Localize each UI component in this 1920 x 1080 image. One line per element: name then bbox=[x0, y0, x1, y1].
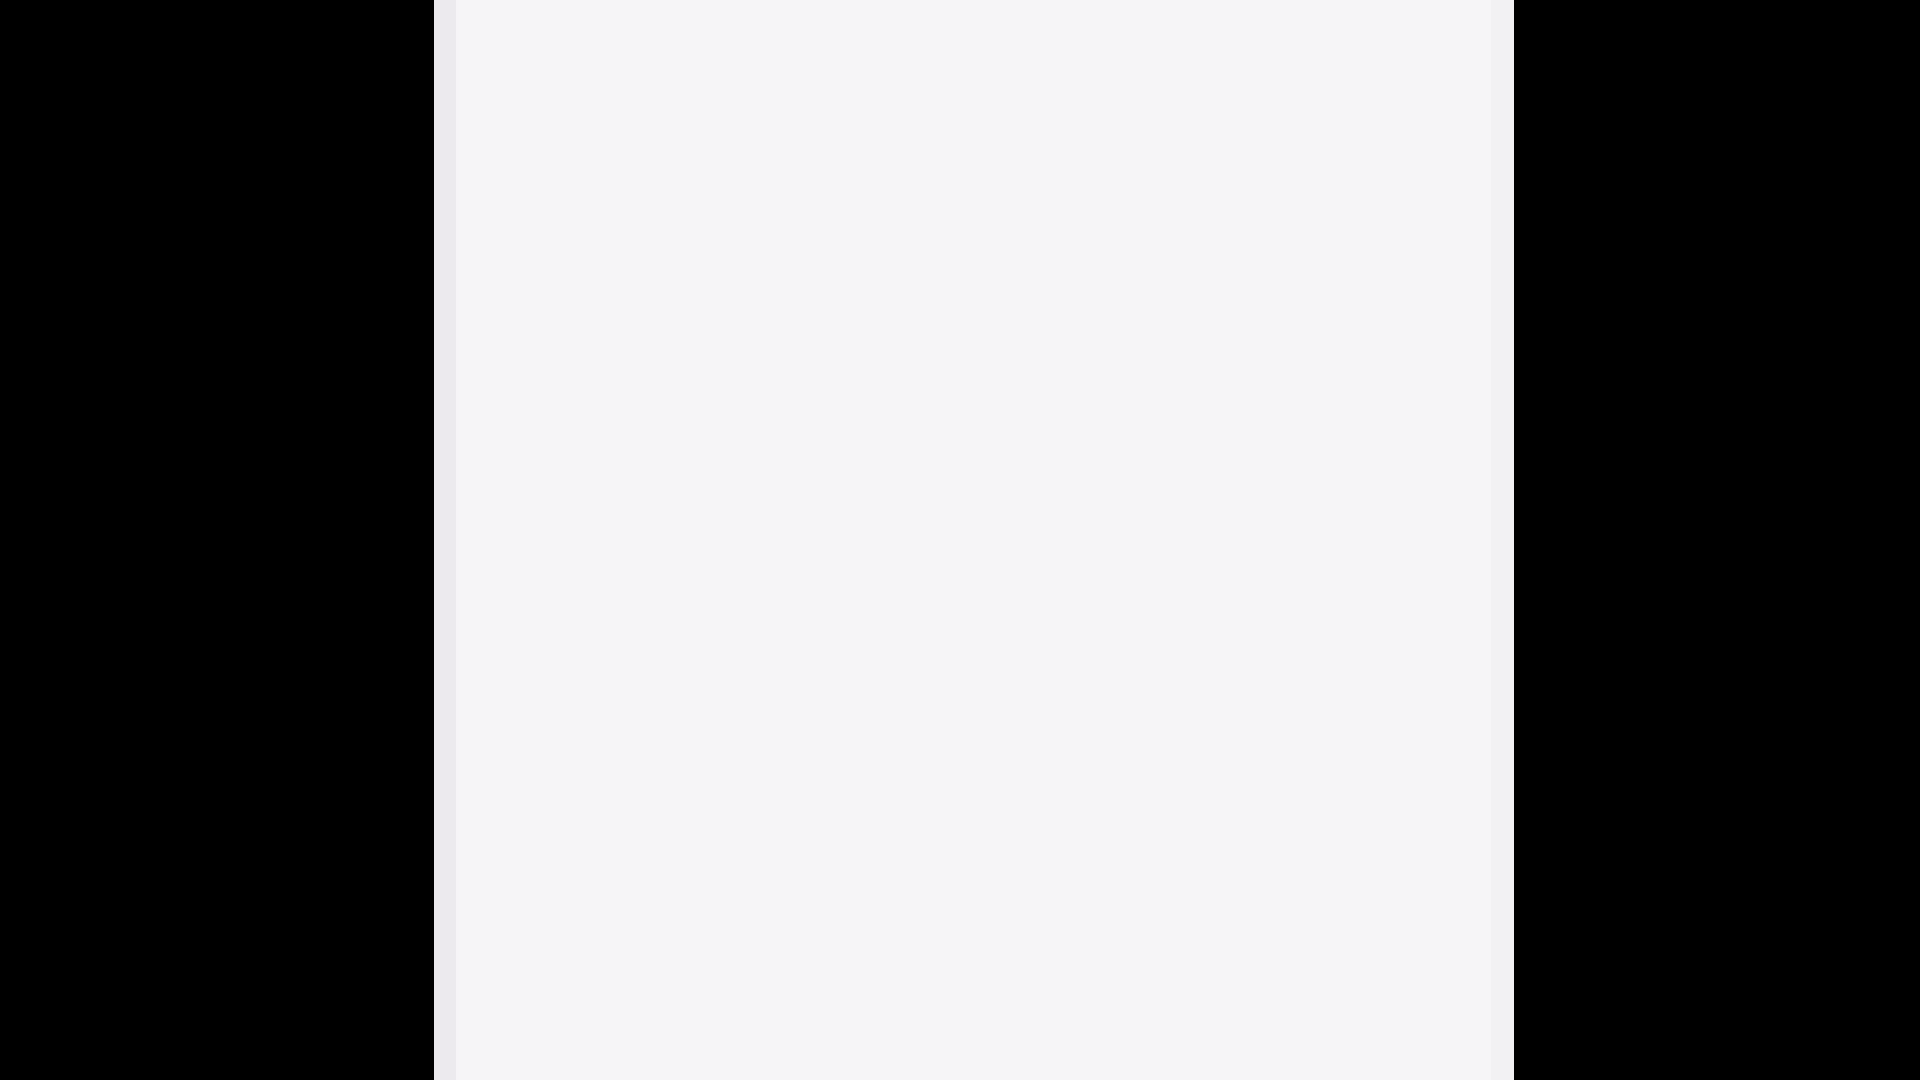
left-scrollbar[interactable] bbox=[434, 0, 459, 1080]
letterbox-right bbox=[1514, 0, 1920, 1080]
letterbox-left bbox=[0, 0, 434, 1080]
page-content bbox=[434, 0, 1514, 1080]
right-scrollbar[interactable] bbox=[1491, 0, 1514, 1080]
chess-board bbox=[459, 26, 1491, 1058]
screen bbox=[0, 0, 1920, 1080]
